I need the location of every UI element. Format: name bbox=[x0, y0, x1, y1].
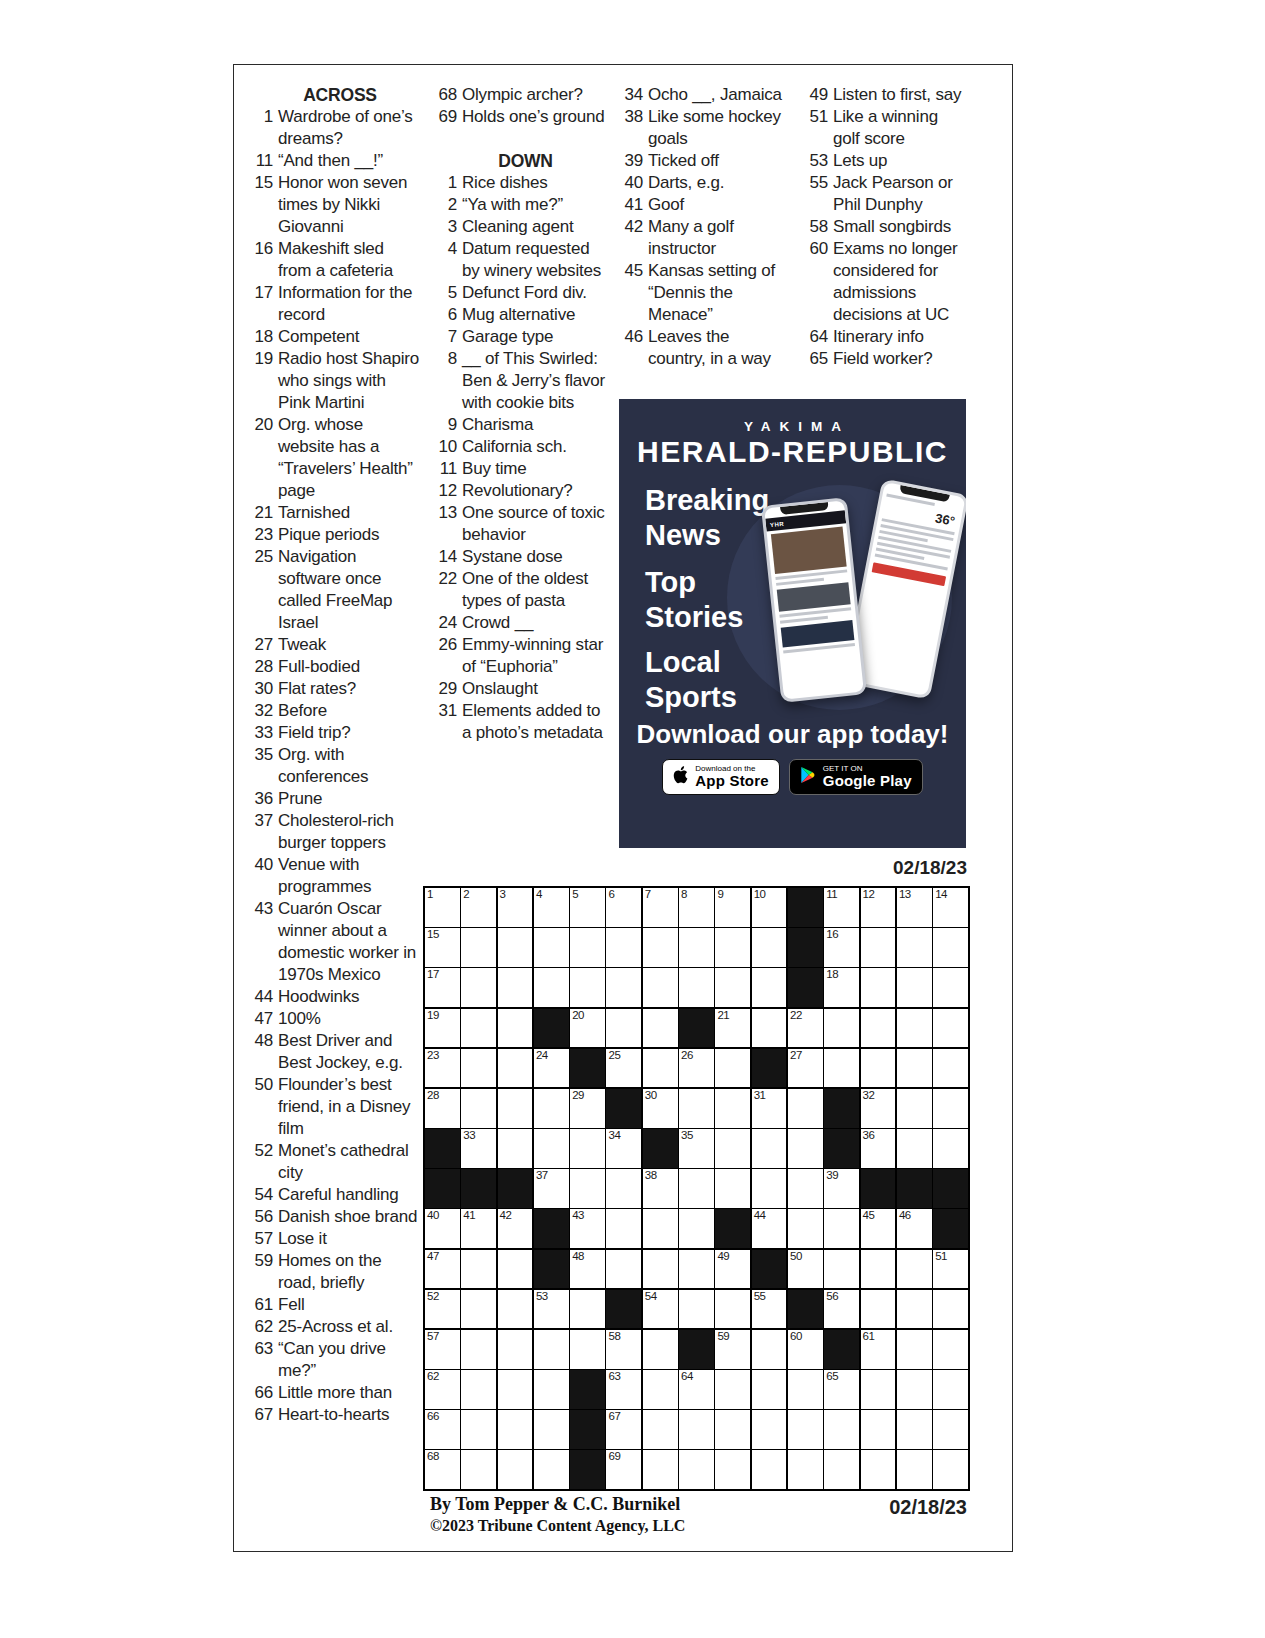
grid-cell-r3c7[interactable] bbox=[643, 968, 678, 1007]
grid-cell-number: 50 bbox=[790, 1250, 802, 1263]
grid-cell-number: 2 bbox=[463, 888, 469, 901]
newspaper-crossword-page: ACROSS1Wardrobe of one’s dreams?11“And t… bbox=[0, 0, 1265, 1638]
grid-cell-r13c7[interactable] bbox=[643, 1370, 678, 1409]
grid-cell-r4c7[interactable] bbox=[643, 1009, 678, 1048]
grid-black-square bbox=[570, 1049, 605, 1088]
grid-cell-r15c1[interactable]: 68 bbox=[425, 1450, 460, 1489]
grid-cell-r1c8[interactable]: 8 bbox=[679, 888, 714, 927]
grid-cell-r8c10[interactable] bbox=[752, 1169, 787, 1208]
grid-cell-r5c15[interactable] bbox=[933, 1049, 968, 1088]
grid-cell-r4c15[interactable] bbox=[933, 1009, 968, 1048]
clue-across-36: 36Prune bbox=[246, 788, 420, 810]
grid-cell-r7c5[interactable] bbox=[570, 1129, 605, 1168]
clue-across-67: 67Heart-to-hearts bbox=[246, 1404, 420, 1426]
grid-cell-r4c5[interactable]: 20 bbox=[570, 1009, 605, 1048]
grid-cell-r12c2[interactable] bbox=[461, 1330, 496, 1369]
grid-cell-r4c1[interactable]: 19 bbox=[425, 1009, 460, 1048]
google-play-triangle-icon bbox=[800, 766, 816, 788]
grid-cell-r10c15[interactable]: 51 bbox=[933, 1250, 968, 1289]
clue-text: __ of This Swirled: Ben & Jerry’s flavor… bbox=[462, 348, 607, 414]
grid-cell-r11c14[interactable] bbox=[897, 1290, 932, 1329]
grid-cell-r15c11[interactable] bbox=[788, 1450, 823, 1489]
grid-cell-r5c1[interactable]: 23 bbox=[425, 1049, 460, 1088]
grid-cell-r9c7[interactable] bbox=[643, 1209, 678, 1248]
clue-across-37: 37Cholesterol-rich burger toppers bbox=[246, 810, 420, 854]
grid-cell-number: 47 bbox=[427, 1250, 439, 1263]
grid-cell-r10c11[interactable]: 50 bbox=[788, 1250, 823, 1289]
grid-cell-r3c6[interactable] bbox=[606, 968, 641, 1007]
grid-cell-r6c10[interactable]: 31 bbox=[752, 1089, 787, 1128]
grid-cell-r15c2[interactable] bbox=[461, 1450, 496, 1489]
grid-cell-number: 67 bbox=[608, 1410, 620, 1423]
clue-text: “Can you drive me?” bbox=[278, 1338, 420, 1382]
grid-cell-r15c7[interactable] bbox=[643, 1450, 678, 1489]
grid-cell-r11c5[interactable] bbox=[570, 1290, 605, 1329]
grid-cell-r10c2[interactable] bbox=[461, 1250, 496, 1289]
grid-cell-r8c5[interactable] bbox=[570, 1169, 605, 1208]
grid-cell-r9c11[interactable] bbox=[788, 1209, 823, 1248]
grid-cell-r2c1[interactable]: 15 bbox=[425, 928, 460, 967]
grid-cell-r6c14[interactable] bbox=[897, 1089, 932, 1128]
grid-cell-r12c1[interactable]: 57 bbox=[425, 1330, 460, 1369]
grid-cell-r6c13[interactable]: 32 bbox=[861, 1089, 896, 1128]
grid-cell-r2c4[interactable] bbox=[534, 928, 569, 967]
clue-number: 30 bbox=[246, 678, 278, 700]
grid-cell-number: 6 bbox=[608, 888, 614, 901]
grid-cell-r14c6[interactable]: 67 bbox=[606, 1410, 641, 1449]
grid-cell-number: 23 bbox=[427, 1049, 439, 1062]
grid-cell-r11c9[interactable] bbox=[715, 1290, 750, 1329]
grid-cell-r13c13[interactable] bbox=[861, 1370, 896, 1409]
grid-cell-r15c15[interactable] bbox=[933, 1450, 968, 1489]
clue-number: 46 bbox=[616, 326, 648, 370]
grid-black-square bbox=[534, 1209, 569, 1248]
grid-cell-r9c2[interactable]: 41 bbox=[461, 1209, 496, 1248]
grid-cell-r14c14[interactable] bbox=[897, 1410, 932, 1449]
grid-cell-r4c11[interactable]: 22 bbox=[788, 1009, 823, 1048]
grid-cell-number: 57 bbox=[427, 1330, 439, 1343]
clue-number: 59 bbox=[246, 1250, 278, 1294]
grid-cell-number: 54 bbox=[645, 1290, 657, 1303]
grid-cell-r2c9[interactable] bbox=[715, 928, 750, 967]
grid-cell-r3c15[interactable] bbox=[933, 968, 968, 1007]
grid-cell-r4c14[interactable] bbox=[897, 1009, 932, 1048]
grid-cell-r15c4[interactable] bbox=[534, 1450, 569, 1489]
grid-cell-r10c12[interactable] bbox=[824, 1250, 859, 1289]
grid-cell-r10c5[interactable]: 48 bbox=[570, 1250, 605, 1289]
clue-down-2: 2“Ya with me?” bbox=[430, 194, 607, 216]
grid-cell-r12c6[interactable]: 58 bbox=[606, 1330, 641, 1369]
grid-cell-r6c11[interactable] bbox=[788, 1089, 823, 1128]
grid-cell-r13c6[interactable]: 63 bbox=[606, 1370, 641, 1409]
grid-cell-r6c3[interactable] bbox=[498, 1089, 533, 1128]
clue-text: California sch. bbox=[462, 436, 607, 458]
clue-across-68: 68Olympic archer? bbox=[430, 84, 607, 106]
grid-cell-r2c12[interactable]: 16 bbox=[824, 928, 859, 967]
clue-down-58: 58Small songbirds bbox=[801, 216, 969, 238]
grid-cell-r11c13[interactable] bbox=[861, 1290, 896, 1329]
grid-cell-r6c4[interactable] bbox=[534, 1089, 569, 1128]
grid-cell-r12c9[interactable]: 59 bbox=[715, 1330, 750, 1369]
clue-across-11: 11“And then __!” bbox=[246, 150, 420, 172]
clue-across-43: 43Cuarón Oscar winner about a domestic w… bbox=[246, 898, 420, 986]
clue-number: 34 bbox=[616, 84, 648, 106]
grid-cell-r4c12[interactable] bbox=[824, 1009, 859, 1048]
grid-cell-r13c4[interactable] bbox=[534, 1370, 569, 1409]
clue-number: 62 bbox=[246, 1316, 278, 1338]
clue-number: 68 bbox=[430, 84, 462, 106]
grid-cell-r3c13[interactable] bbox=[861, 968, 896, 1007]
clue-text: 100% bbox=[278, 1008, 420, 1030]
grid-cell-r15c3[interactable] bbox=[498, 1450, 533, 1489]
grid-cell-r13c11[interactable] bbox=[788, 1370, 823, 1409]
clue-number: 27 bbox=[246, 634, 278, 656]
grid-cell-r6c8[interactable] bbox=[679, 1089, 714, 1128]
grid-cell-r7c13[interactable]: 36 bbox=[861, 1129, 896, 1168]
grid-black-square bbox=[679, 1330, 714, 1369]
grid-cell-number: 31 bbox=[754, 1089, 766, 1102]
grid-black-square bbox=[534, 1250, 569, 1289]
grid-cell-r12c15[interactable] bbox=[933, 1330, 968, 1369]
grid-cell-r1c4[interactable]: 4 bbox=[534, 888, 569, 927]
clue-across-27: 27Tweak bbox=[246, 634, 420, 656]
grid-cell-number: 58 bbox=[608, 1330, 620, 1343]
grid-cell-r11c2[interactable] bbox=[461, 1290, 496, 1329]
grid-cell-r14c13[interactable] bbox=[861, 1410, 896, 1449]
grid-cell-r10c1[interactable]: 47 bbox=[425, 1250, 460, 1289]
grid-cell-r15c12[interactable] bbox=[824, 1450, 859, 1489]
grid-cell-r8c6[interactable] bbox=[606, 1169, 641, 1208]
grid-cell-r10c8[interactable] bbox=[679, 1250, 714, 1289]
clue-number: 42 bbox=[616, 216, 648, 260]
grid-cell-r10c3[interactable] bbox=[498, 1250, 533, 1289]
grid-cell-r1c9[interactable]: 9 bbox=[715, 888, 750, 927]
clue-text: Flounder’s best friend, in a Disney film bbox=[278, 1074, 420, 1140]
clue-number: 45 bbox=[616, 260, 648, 326]
clue-text: Honor won seven times by Nikki Giovanni bbox=[278, 172, 420, 238]
clue-text: Ocho __, Jamaica bbox=[648, 84, 788, 106]
grid-cell-r5c7[interactable] bbox=[643, 1049, 678, 1088]
grid-cell-r9c14[interactable]: 46 bbox=[897, 1209, 932, 1248]
google-play-badge[interactable]: GET IT ON Google Play bbox=[789, 759, 923, 795]
grid-cell-r9c10[interactable]: 44 bbox=[752, 1209, 787, 1248]
grid-cell-r7c4[interactable] bbox=[534, 1129, 569, 1168]
clue-down-24: 24Crowd __ bbox=[430, 612, 607, 634]
grid-cell-r4c3[interactable] bbox=[498, 1009, 533, 1048]
clue-down-34: 34Ocho __, Jamaica bbox=[616, 84, 788, 106]
grid-cell-r7c3[interactable] bbox=[498, 1129, 533, 1168]
clue-text: Monet’s cathedral city bbox=[278, 1140, 420, 1184]
grid-cell-r12c14[interactable] bbox=[897, 1330, 932, 1369]
clue-across-17: 17Information for the record bbox=[246, 282, 420, 326]
grid-cell-r4c10[interactable] bbox=[752, 1009, 787, 1048]
clue-column-across: ACROSS1Wardrobe of one’s dreams?11“And t… bbox=[246, 84, 420, 1426]
clue-number: 67 bbox=[246, 1404, 278, 1426]
grid-cell-r8c11[interactable] bbox=[788, 1169, 823, 1208]
clue-text: Org. whose website has a “Travelers’ Hea… bbox=[278, 414, 420, 502]
clue-text: Datum requested by winery websites bbox=[462, 238, 607, 282]
grid-cell-r2c2[interactable] bbox=[461, 928, 496, 967]
grid-cell-r7c2[interactable]: 33 bbox=[461, 1129, 496, 1168]
app-store-badge[interactable]: Download on the App Store bbox=[662, 759, 779, 795]
grid-cell-r6c7[interactable]: 30 bbox=[643, 1089, 678, 1128]
grid-cell-r3c3[interactable] bbox=[498, 968, 533, 1007]
grid-cell-r12c3[interactable] bbox=[498, 1330, 533, 1369]
grid-cell-r6c2[interactable] bbox=[461, 1089, 496, 1128]
grid-cell-number: 25 bbox=[608, 1049, 620, 1062]
clue-text: Tweak bbox=[278, 634, 420, 656]
grid-cell-r7c9[interactable] bbox=[715, 1129, 750, 1168]
grid-cell-r1c1[interactable]: 1 bbox=[425, 888, 460, 927]
grid-cell-r3c8[interactable] bbox=[679, 968, 714, 1007]
grid-cell-r9c6[interactable] bbox=[606, 1209, 641, 1248]
grid-cell-r14c12[interactable] bbox=[824, 1410, 859, 1449]
grid-cell-r6c5[interactable]: 29 bbox=[570, 1089, 605, 1128]
grid-cell-r1c3[interactable]: 3 bbox=[498, 888, 533, 927]
grid-cell-r9c1[interactable]: 40 bbox=[425, 1209, 460, 1248]
grid-cell-r9c13[interactable]: 45 bbox=[861, 1209, 896, 1248]
grid-cell-r6c15[interactable] bbox=[933, 1089, 968, 1128]
grid-cell-r3c10[interactable] bbox=[752, 968, 787, 1007]
clue-down-7: 7Garage type bbox=[430, 326, 607, 348]
clue-down-51: 51Like a winning golf score bbox=[801, 106, 969, 150]
clue-text: Full-bodied bbox=[278, 656, 420, 678]
grid-cell-number: 61 bbox=[863, 1330, 875, 1343]
grid-cell-number: 24 bbox=[536, 1049, 548, 1062]
grid-cell-r3c12[interactable]: 18 bbox=[824, 968, 859, 1007]
grid-cell-r2c8[interactable] bbox=[679, 928, 714, 967]
grid-cell-r8c4[interactable]: 37 bbox=[534, 1169, 569, 1208]
grid-black-square bbox=[824, 1330, 859, 1369]
grid-cell-r2c6[interactable] bbox=[606, 928, 641, 967]
grid-cell-r10c13[interactable] bbox=[861, 1250, 896, 1289]
grid-cell-r3c1[interactable]: 17 bbox=[425, 968, 460, 1007]
grid-cell-r11c10[interactable]: 55 bbox=[752, 1290, 787, 1329]
clue-number: 35 bbox=[246, 744, 278, 788]
grid-cell-r2c15[interactable] bbox=[933, 928, 968, 967]
grid-cell-r13c3[interactable] bbox=[498, 1370, 533, 1409]
grid-cell-r1c12[interactable]: 11 bbox=[824, 888, 859, 927]
grid-cell-r6c1[interactable]: 28 bbox=[425, 1089, 460, 1128]
puzzle-date-below-grid: 02/18/23 bbox=[765, 1496, 967, 1519]
grid-cell-r9c5[interactable]: 43 bbox=[570, 1209, 605, 1248]
grid-cell-r2c10[interactable] bbox=[752, 928, 787, 967]
grid-cell-r5c2[interactable] bbox=[461, 1049, 496, 1088]
grid-cell-r3c14[interactable] bbox=[897, 968, 932, 1007]
grid-cell-r11c8[interactable] bbox=[679, 1290, 714, 1329]
grid-cell-r15c10[interactable] bbox=[752, 1450, 787, 1489]
grid-cell-r13c8[interactable]: 64 bbox=[679, 1370, 714, 1409]
grid-cell-r11c12[interactable]: 56 bbox=[824, 1290, 859, 1329]
grid-cell-number: 68 bbox=[427, 1450, 439, 1463]
grid-cell-r12c5[interactable] bbox=[570, 1330, 605, 1369]
grid-cell-r2c5[interactable] bbox=[570, 928, 605, 967]
clue-across-47: 47100% bbox=[246, 1008, 420, 1030]
crossword-grid: 1234567891011121314151617181920212223242… bbox=[423, 886, 970, 1491]
grid-cell-r11c3[interactable] bbox=[498, 1290, 533, 1329]
grid-cell-r5c9[interactable] bbox=[715, 1049, 750, 1088]
grid-cell-r3c5[interactable] bbox=[570, 968, 605, 1007]
grid-cell-r1c13[interactable]: 12 bbox=[861, 888, 896, 927]
grid-cell-r4c6[interactable] bbox=[606, 1009, 641, 1048]
grid-cell-r8c12[interactable]: 39 bbox=[824, 1169, 859, 1208]
grid-cell-number: 15 bbox=[427, 928, 439, 941]
clue-text: Fell bbox=[278, 1294, 420, 1316]
clue-number: 40 bbox=[616, 172, 648, 194]
grid-cell-r1c7[interactable]: 7 bbox=[643, 888, 678, 927]
grid-cell-r13c1[interactable]: 62 bbox=[425, 1370, 460, 1409]
grid-cell-r13c10[interactable] bbox=[752, 1370, 787, 1409]
grid-cell-r14c2[interactable] bbox=[461, 1410, 496, 1449]
clue-text: Systane dose bbox=[462, 546, 607, 568]
grid-cell-r14c3[interactable] bbox=[498, 1410, 533, 1449]
grid-cell-r11c7[interactable]: 54 bbox=[643, 1290, 678, 1329]
grid-cell-r7c10[interactable] bbox=[752, 1129, 787, 1168]
clue-number: 44 bbox=[246, 986, 278, 1008]
grid-cell-r3c4[interactable] bbox=[534, 968, 569, 1007]
grid-cell-r12c10[interactable] bbox=[752, 1330, 787, 1369]
grid-cell-r14c4[interactable] bbox=[534, 1410, 569, 1449]
clue-text: Venue with programmes bbox=[278, 854, 420, 898]
clue-number: 29 bbox=[430, 678, 462, 700]
grid-cell-r3c9[interactable] bbox=[715, 968, 750, 1007]
grid-cell-number: 5 bbox=[572, 888, 578, 901]
grid-cell-r3c2[interactable] bbox=[461, 968, 496, 1007]
grid-cell-r12c7[interactable] bbox=[643, 1330, 678, 1369]
grid-cell-r1c2[interactable]: 2 bbox=[461, 888, 496, 927]
clue-down-53: 53Lets up bbox=[801, 150, 969, 172]
grid-cell-r1c5[interactable]: 5 bbox=[570, 888, 605, 927]
clue-number: 3 bbox=[430, 216, 462, 238]
grid-cell-r11c15[interactable] bbox=[933, 1290, 968, 1329]
grid-cell-r12c13[interactable]: 61 bbox=[861, 1330, 896, 1369]
grid-cell-r14c8[interactable] bbox=[679, 1410, 714, 1449]
grid-cell-r5c12[interactable] bbox=[824, 1049, 859, 1088]
grid-cell-r8c7[interactable]: 38 bbox=[643, 1169, 678, 1208]
grid-cell-r5c3[interactable] bbox=[498, 1049, 533, 1088]
grid-cell-number: 30 bbox=[645, 1089, 657, 1102]
clue-number: 7 bbox=[430, 326, 462, 348]
grid-cell-r12c11[interactable]: 60 bbox=[788, 1330, 823, 1369]
grid-cell-r15c8[interactable] bbox=[679, 1450, 714, 1489]
grid-cell-r15c14[interactable] bbox=[897, 1450, 932, 1489]
clue-text: Small songbirds bbox=[833, 216, 969, 238]
grid-cell-r10c6[interactable] bbox=[606, 1250, 641, 1289]
grid-cell-r9c12[interactable] bbox=[824, 1209, 859, 1248]
clue-across-20: 20Org. whose website has a “Travelers’ H… bbox=[246, 414, 420, 502]
grid-cell-r15c9[interactable] bbox=[715, 1450, 750, 1489]
grid-cell-r14c9[interactable] bbox=[715, 1410, 750, 1449]
clue-text: Wardrobe of one’s dreams? bbox=[278, 106, 420, 150]
grid-cell-r14c10[interactable] bbox=[752, 1410, 787, 1449]
grid-cell-r1c10[interactable]: 10 bbox=[752, 888, 787, 927]
apple-logo-icon bbox=[673, 766, 688, 788]
grid-cell-r12c4[interactable] bbox=[534, 1330, 569, 1369]
clue-number: 21 bbox=[246, 502, 278, 524]
grid-cell-r7c15[interactable] bbox=[933, 1129, 968, 1168]
grid-cell-r5c8[interactable]: 26 bbox=[679, 1049, 714, 1088]
grid-cell-number: 35 bbox=[681, 1129, 693, 1142]
grid-cell-r14c1[interactable]: 66 bbox=[425, 1410, 460, 1449]
grid-cell-r2c3[interactable] bbox=[498, 928, 533, 967]
grid-cell-r15c6[interactable]: 69 bbox=[606, 1450, 641, 1489]
grid-cell-r5c11[interactable]: 27 bbox=[788, 1049, 823, 1088]
clue-text: Buy time bbox=[462, 458, 607, 480]
grid-cell-number: 20 bbox=[572, 1009, 584, 1022]
grid-cell-r7c6[interactable]: 34 bbox=[606, 1129, 641, 1168]
grid-cell-r1c6[interactable]: 6 bbox=[606, 888, 641, 927]
grid-cell-r5c4[interactable]: 24 bbox=[534, 1049, 569, 1088]
grid-cell-r2c7[interactable] bbox=[643, 928, 678, 967]
grid-cell-r6c9[interactable] bbox=[715, 1089, 750, 1128]
grid-cell-r13c14[interactable] bbox=[897, 1370, 932, 1409]
clue-text: Flat rates? bbox=[278, 678, 420, 700]
grid-cell-r10c9[interactable]: 49 bbox=[715, 1250, 750, 1289]
grid-cell-r2c14[interactable] bbox=[897, 928, 932, 967]
grid-cell-r11c1[interactable]: 52 bbox=[425, 1290, 460, 1329]
clue-across-52: 52Monet’s cathedral city bbox=[246, 1140, 420, 1184]
grid-cell-r10c14[interactable] bbox=[897, 1250, 932, 1289]
grid-cell-r7c11[interactable] bbox=[788, 1129, 823, 1168]
grid-black-square bbox=[534, 1009, 569, 1048]
grid-cell-r1c15[interactable]: 14 bbox=[933, 888, 968, 927]
grid-cell-r5c14[interactable] bbox=[897, 1049, 932, 1088]
grid-cell-r9c3[interactable]: 42 bbox=[498, 1209, 533, 1248]
grid-cell-r4c13[interactable] bbox=[861, 1009, 896, 1048]
grid-cell-r1c14[interactable]: 13 bbox=[897, 888, 932, 927]
grid-cell-r5c6[interactable]: 25 bbox=[606, 1049, 641, 1088]
grid-cell-r11c4[interactable]: 53 bbox=[534, 1290, 569, 1329]
grid-cell-r13c12[interactable]: 65 bbox=[824, 1370, 859, 1409]
clue-down-22: 22One of the oldest types of pasta bbox=[430, 568, 607, 612]
grid-cell-r10c7[interactable] bbox=[643, 1250, 678, 1289]
grid-cell-r13c15[interactable] bbox=[933, 1370, 968, 1409]
app-store-badge-big-text: App Store bbox=[695, 773, 768, 789]
grid-cell-r9c8[interactable] bbox=[679, 1209, 714, 1248]
grid-cell-r8c9[interactable] bbox=[715, 1169, 750, 1208]
grid-cell-r15c13[interactable] bbox=[861, 1450, 896, 1489]
grid-cell-r4c9[interactable]: 21 bbox=[715, 1009, 750, 1048]
clue-column-down-2: 34Ocho __, Jamaica38Like some hockey goa… bbox=[616, 84, 788, 370]
clue-column-across-end-and-down: 68Olympic archer?69Holds one’s groundDOW… bbox=[430, 84, 607, 744]
clue-number: 40 bbox=[246, 854, 278, 898]
grid-cell-r7c14[interactable] bbox=[897, 1129, 932, 1168]
clue-text: Hoodwinks bbox=[278, 986, 420, 1008]
grid-cell-r14c11[interactable] bbox=[788, 1410, 823, 1449]
grid-cell-number: 19 bbox=[427, 1009, 439, 1022]
grid-cell-r7c8[interactable]: 35 bbox=[679, 1129, 714, 1168]
grid-cell-r5c13[interactable] bbox=[861, 1049, 896, 1088]
grid-cell-r8c8[interactable] bbox=[679, 1169, 714, 1208]
clue-number: 37 bbox=[246, 810, 278, 854]
grid-cell-r14c15[interactable] bbox=[933, 1410, 968, 1449]
grid-cell-number: 49 bbox=[717, 1250, 729, 1263]
grid-cell-r4c2[interactable] bbox=[461, 1009, 496, 1048]
grid-black-square bbox=[606, 1290, 641, 1329]
grid-cell-r2c13[interactable] bbox=[861, 928, 896, 967]
grid-cell-number: 63 bbox=[608, 1370, 620, 1383]
clue-number: 22 bbox=[430, 568, 462, 612]
grid-cell-r13c2[interactable] bbox=[461, 1370, 496, 1409]
grid-cell-number: 51 bbox=[935, 1250, 947, 1263]
grid-cell-r14c7[interactable] bbox=[643, 1410, 678, 1449]
clue-across-44: 44Hoodwinks bbox=[246, 986, 420, 1008]
clue-text: One source of toxic behavior bbox=[462, 502, 607, 546]
grid-cell-r13c9[interactable] bbox=[715, 1370, 750, 1409]
grid-cell-number: 16 bbox=[826, 928, 838, 941]
grid-cell-number: 52 bbox=[427, 1290, 439, 1303]
ad-feature-top-stories: Top Stories bbox=[645, 565, 743, 635]
